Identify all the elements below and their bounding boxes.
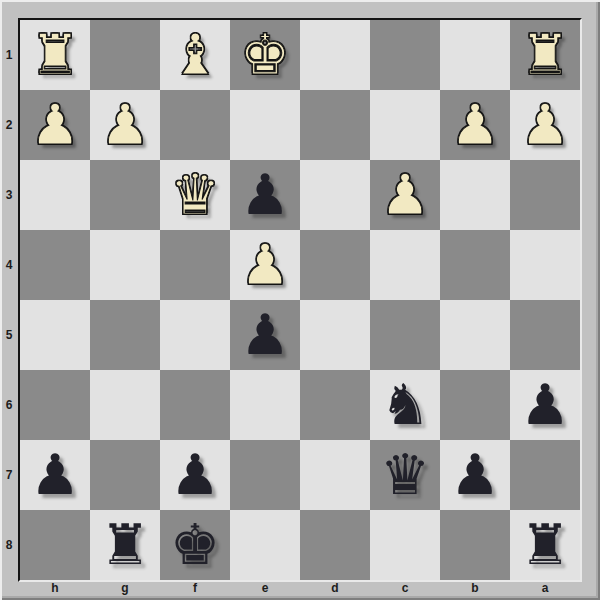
white-queen-icon[interactable]: ♛ [170, 167, 220, 223]
black-queen-icon[interactable]: ♛ [380, 447, 430, 503]
file-label-b: b [440, 580, 510, 596]
square-b1[interactable] [440, 20, 510, 90]
square-a2[interactable]: ♟ [510, 90, 580, 160]
square-e3[interactable]: ♟ [230, 160, 300, 230]
square-c3[interactable]: ♟ [370, 160, 440, 230]
square-c6[interactable]: ♞ [370, 370, 440, 440]
square-d7[interactable] [300, 440, 370, 510]
rank-label-1: 1 [0, 20, 18, 90]
square-c2[interactable] [370, 90, 440, 160]
black-pawn-icon[interactable]: ♟ [240, 167, 290, 223]
file-label-a: a [510, 580, 580, 596]
board-frame: 12345678 hgfedcba ♜♝♚♜♟♟♟♟♛♟♟♟♟♞♟♟♟♛♟♜♚♜ [0, 0, 600, 600]
white-king-icon[interactable]: ♚ [240, 27, 290, 83]
rank-labels: 12345678 [0, 20, 18, 580]
board-recess: ♜♝♚♜♟♟♟♟♛♟♟♟♟♞♟♟♟♛♟♜♚♜ [18, 18, 582, 582]
square-a3[interactable] [510, 160, 580, 230]
rank-label-7: 7 [0, 440, 18, 510]
white-pawn-icon[interactable]: ♟ [30, 97, 80, 153]
square-e7[interactable] [230, 440, 300, 510]
square-e1[interactable]: ♚ [230, 20, 300, 90]
rank-label-6: 6 [0, 370, 18, 440]
square-e2[interactable] [230, 90, 300, 160]
rank-label-8: 8 [0, 510, 18, 580]
square-g1[interactable] [90, 20, 160, 90]
square-f2[interactable] [160, 90, 230, 160]
square-a5[interactable] [510, 300, 580, 370]
file-label-g: g [90, 580, 160, 596]
square-h8[interactable] [20, 510, 90, 580]
black-king-icon[interactable]: ♚ [170, 517, 220, 573]
square-h2[interactable]: ♟ [20, 90, 90, 160]
square-d8[interactable] [300, 510, 370, 580]
square-e6[interactable] [230, 370, 300, 440]
black-pawn-icon[interactable]: ♟ [240, 307, 290, 363]
square-h7[interactable]: ♟ [20, 440, 90, 510]
square-e5[interactable]: ♟ [230, 300, 300, 370]
square-b7[interactable]: ♟ [440, 440, 510, 510]
square-d3[interactable] [300, 160, 370, 230]
black-pawn-icon[interactable]: ♟ [520, 377, 570, 433]
chess-board: ♜♝♚♜♟♟♟♟♛♟♟♟♟♞♟♟♟♛♟♜♚♜ [20, 20, 580, 580]
square-c8[interactable] [370, 510, 440, 580]
file-labels: hgfedcba [20, 580, 580, 596]
square-h4[interactable] [20, 230, 90, 300]
square-b2[interactable]: ♟ [440, 90, 510, 160]
square-e8[interactable] [230, 510, 300, 580]
square-a1[interactable]: ♜ [510, 20, 580, 90]
square-a7[interactable] [510, 440, 580, 510]
square-f7[interactable]: ♟ [160, 440, 230, 510]
square-d1[interactable] [300, 20, 370, 90]
square-g3[interactable] [90, 160, 160, 230]
square-b6[interactable] [440, 370, 510, 440]
white-rook-icon[interactable]: ♜ [520, 27, 570, 83]
square-g2[interactable]: ♟ [90, 90, 160, 160]
square-d4[interactable] [300, 230, 370, 300]
square-h5[interactable] [20, 300, 90, 370]
black-rook-icon[interactable]: ♜ [100, 517, 150, 573]
file-label-c: c [370, 580, 440, 596]
square-f5[interactable] [160, 300, 230, 370]
white-pawn-icon[interactable]: ♟ [520, 97, 570, 153]
rank-label-4: 4 [0, 230, 18, 300]
square-c4[interactable] [370, 230, 440, 300]
white-pawn-icon[interactable]: ♟ [240, 237, 290, 293]
black-pawn-icon[interactable]: ♟ [170, 447, 220, 503]
square-f6[interactable] [160, 370, 230, 440]
square-b8[interactable] [440, 510, 510, 580]
square-c1[interactable] [370, 20, 440, 90]
square-g7[interactable] [90, 440, 160, 510]
black-knight-icon[interactable]: ♞ [380, 377, 430, 433]
square-g6[interactable] [90, 370, 160, 440]
square-f8[interactable]: ♚ [160, 510, 230, 580]
square-d5[interactable] [300, 300, 370, 370]
file-label-e: e [230, 580, 300, 596]
square-a4[interactable] [510, 230, 580, 300]
square-d2[interactable] [300, 90, 370, 160]
rank-label-3: 3 [0, 160, 18, 230]
square-a6[interactable]: ♟ [510, 370, 580, 440]
square-h1[interactable]: ♜ [20, 20, 90, 90]
file-label-h: h [20, 580, 90, 596]
square-h6[interactable] [20, 370, 90, 440]
square-d6[interactable] [300, 370, 370, 440]
rank-label-5: 5 [0, 300, 18, 370]
square-a8[interactable]: ♜ [510, 510, 580, 580]
square-g5[interactable] [90, 300, 160, 370]
black-rook-icon[interactable]: ♜ [520, 517, 570, 573]
white-pawn-icon[interactable]: ♟ [100, 97, 150, 153]
square-g8[interactable]: ♜ [90, 510, 160, 580]
white-bishop-icon[interactable]: ♝ [170, 27, 220, 83]
square-b3[interactable] [440, 160, 510, 230]
square-g4[interactable] [90, 230, 160, 300]
square-c5[interactable] [370, 300, 440, 370]
square-h3[interactable] [20, 160, 90, 230]
square-b4[interactable] [440, 230, 510, 300]
square-f1[interactable]: ♝ [160, 20, 230, 90]
file-label-f: f [160, 580, 230, 596]
square-c7[interactable]: ♛ [370, 440, 440, 510]
square-e4[interactable]: ♟ [230, 230, 300, 300]
black-pawn-icon[interactable]: ♟ [30, 447, 80, 503]
file-label-d: d [300, 580, 370, 596]
black-pawn-icon[interactable]: ♟ [450, 447, 500, 503]
rank-label-2: 2 [0, 90, 18, 160]
white-pawn-icon[interactable]: ♟ [380, 167, 430, 223]
white-pawn-icon[interactable]: ♟ [450, 97, 500, 153]
square-b5[interactable] [440, 300, 510, 370]
white-rook-icon[interactable]: ♜ [30, 27, 80, 83]
square-f3[interactable]: ♛ [160, 160, 230, 230]
square-f4[interactable] [160, 230, 230, 300]
